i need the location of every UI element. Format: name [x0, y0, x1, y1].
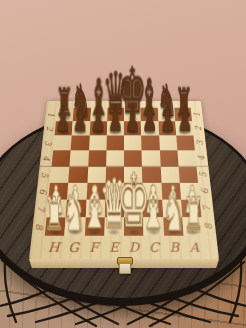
- square-e3: [106, 136, 124, 151]
- square-a8: ♜: [182, 217, 203, 236]
- piece-light-rook: ♜: [183, 192, 203, 238]
- chess-board: ♜♞♝♛♚♝♞♜♟♟♟♟♟♟♟♟♟♟♟♟♟♟♟♟♜♞♝♛♚♝♞♜ 1234567…: [29, 101, 219, 260]
- piece-dark-pawn: ♟: [90, 103, 105, 137]
- square-f3: [89, 136, 107, 151]
- square-b4: [159, 151, 178, 167]
- rank-label-right-3: 3: [191, 138, 209, 148]
- squares-grid: ♜♞♝♛♚♝♞♜♟♟♟♟♟♟♟♟♟♟♟♟♟♟♟♟♜♞♝♛♚♝♞♜: [45, 108, 203, 236]
- file-label-g: G: [63, 236, 85, 260]
- board-frame: ♜♞♝♛♚♝♞♜♟♟♟♟♟♟♟♟♟♟♟♟♟♟♟♟♜♞♝♛♚♝♞♜ 1234567…: [29, 101, 219, 260]
- square-b2: ♟: [158, 121, 176, 135]
- file-label-h: H: [42, 236, 64, 260]
- square-c3: [141, 136, 159, 151]
- file-label-a: A: [183, 236, 205, 260]
- piece-dark-pawn: ♟: [73, 103, 88, 137]
- rank-label-right-2: 2: [189, 124, 207, 133]
- rank-label-left-1: 1: [42, 110, 60, 119]
- square-g4: [70, 151, 89, 167]
- rank-label-left-4: 4: [37, 153, 56, 163]
- piece-dark-pawn: ♟: [108, 103, 123, 137]
- chess-set-product-photo: ♜♞♝♛♚♝♞♜♟♟♟♟♟♟♟♟♟♟♟♟♟♟♟♟♜♞♝♛♚♝♞♜ 1234567…: [0, 0, 246, 328]
- rank-label-left-3: 3: [39, 138, 57, 148]
- file-label-f: F: [83, 236, 104, 260]
- piece-dark-pawn: ♟: [160, 103, 175, 137]
- piece-dark-pawn: ♟: [142, 103, 157, 137]
- brass-clasp-plate: [119, 263, 131, 274]
- rank-label-right-1: 1: [188, 110, 206, 119]
- square-g3: [71, 136, 89, 151]
- piece-dark-pawn: ♟: [125, 103, 140, 137]
- square-d3: [124, 136, 142, 151]
- rank-label-right-4: 4: [192, 153, 211, 163]
- rank-label-left-2: 2: [41, 124, 59, 133]
- square-c2: ♟: [141, 121, 159, 135]
- square-e2: ♟: [107, 121, 124, 135]
- piece-light-knight: ♞: [162, 186, 185, 238]
- square-g2: ♟: [72, 121, 90, 135]
- square-c8: ♝: [143, 217, 163, 236]
- file-label-c: C: [144, 236, 165, 260]
- square-b3: [159, 136, 177, 151]
- file-label-b: B: [164, 236, 186, 260]
- square-d2: ♟: [124, 121, 141, 135]
- square-b8: ♞: [163, 217, 184, 236]
- square-f2: ♟: [89, 121, 107, 135]
